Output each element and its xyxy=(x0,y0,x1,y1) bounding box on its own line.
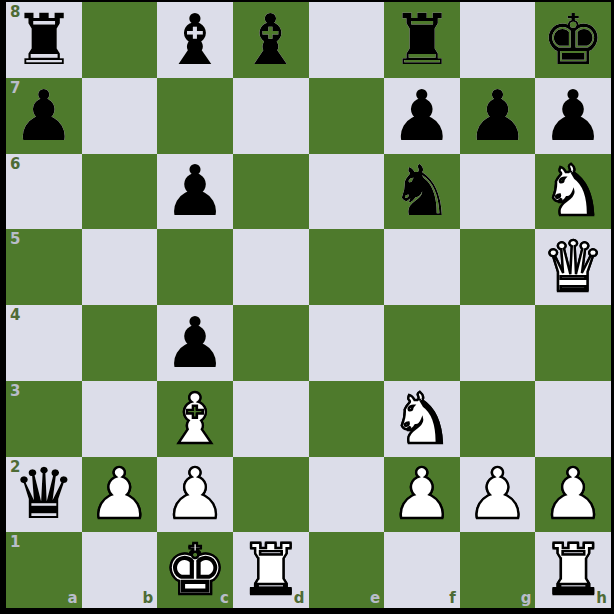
piece-white-pawn[interactable] xyxy=(460,457,536,533)
square-d7[interactable] xyxy=(233,78,309,154)
piece-black-rook[interactable] xyxy=(384,2,460,78)
piece-black-pawn[interactable] xyxy=(384,78,460,154)
square-c6[interactable] xyxy=(157,154,233,230)
square-h5[interactable] xyxy=(535,229,611,305)
square-a6[interactable]: 6 xyxy=(6,154,82,230)
piece-white-rook[interactable] xyxy=(233,532,309,608)
square-h6[interactable] xyxy=(535,154,611,230)
piece-white-knight[interactable] xyxy=(535,154,611,230)
square-c4[interactable] xyxy=(157,305,233,381)
piece-black-pawn[interactable] xyxy=(157,154,233,230)
piece-white-pawn[interactable] xyxy=(535,457,611,533)
chess-board: 87654321abcdefgh xyxy=(6,2,611,608)
square-d1[interactable]: d xyxy=(233,532,309,608)
square-g3[interactable] xyxy=(460,381,536,457)
piece-black-bishop[interactable] xyxy=(233,2,309,78)
square-f1[interactable]: f xyxy=(384,532,460,608)
file-label: g xyxy=(521,591,532,606)
square-g4[interactable] xyxy=(460,305,536,381)
rank-label: 4 xyxy=(10,308,20,323)
square-f5[interactable] xyxy=(384,229,460,305)
square-c5[interactable] xyxy=(157,229,233,305)
square-h3[interactable] xyxy=(535,381,611,457)
square-d3[interactable] xyxy=(233,381,309,457)
square-a4[interactable]: 4 xyxy=(6,305,82,381)
square-c8[interactable] xyxy=(157,2,233,78)
square-g5[interactable] xyxy=(460,229,536,305)
square-h2[interactable] xyxy=(535,457,611,533)
square-g1[interactable]: g xyxy=(460,532,536,608)
piece-black-pawn[interactable] xyxy=(535,78,611,154)
square-c1[interactable]: c xyxy=(157,532,233,608)
piece-white-queen[interactable] xyxy=(535,229,611,305)
piece-black-queen[interactable] xyxy=(6,457,82,533)
square-b2[interactable] xyxy=(82,457,158,533)
square-e8[interactable] xyxy=(309,2,385,78)
square-d5[interactable] xyxy=(233,229,309,305)
piece-black-king[interactable] xyxy=(535,2,611,78)
piece-black-pawn[interactable] xyxy=(460,78,536,154)
square-c3[interactable] xyxy=(157,381,233,457)
square-b1[interactable]: b xyxy=(82,532,158,608)
square-f4[interactable] xyxy=(384,305,460,381)
file-label: f xyxy=(449,591,456,606)
square-a3[interactable]: 3 xyxy=(6,381,82,457)
square-h4[interactable] xyxy=(535,305,611,381)
square-h1[interactable]: h xyxy=(535,532,611,608)
square-e2[interactable] xyxy=(309,457,385,533)
square-e1[interactable]: e xyxy=(309,532,385,608)
square-d6[interactable] xyxy=(233,154,309,230)
piece-white-king[interactable] xyxy=(157,532,233,608)
square-g7[interactable] xyxy=(460,78,536,154)
square-c2[interactable] xyxy=(157,457,233,533)
square-a5[interactable]: 5 xyxy=(6,229,82,305)
piece-white-knight[interactable] xyxy=(384,381,460,457)
square-f7[interactable] xyxy=(384,78,460,154)
square-b5[interactable] xyxy=(82,229,158,305)
rank-label: 5 xyxy=(10,232,20,247)
square-b7[interactable] xyxy=(82,78,158,154)
square-b8[interactable] xyxy=(82,2,158,78)
square-g6[interactable] xyxy=(460,154,536,230)
square-e4[interactable] xyxy=(309,305,385,381)
piece-white-rook[interactable] xyxy=(535,532,611,608)
rank-label: 1 xyxy=(10,535,20,550)
square-d8[interactable] xyxy=(233,2,309,78)
piece-black-pawn[interactable] xyxy=(6,78,82,154)
square-a1[interactable]: 1a xyxy=(6,532,82,608)
square-e5[interactable] xyxy=(309,229,385,305)
square-f6[interactable] xyxy=(384,154,460,230)
file-label: a xyxy=(68,591,78,606)
square-b4[interactable] xyxy=(82,305,158,381)
square-b6[interactable] xyxy=(82,154,158,230)
piece-white-bishop[interactable] xyxy=(157,381,233,457)
piece-black-bishop[interactable] xyxy=(157,2,233,78)
piece-black-rook[interactable] xyxy=(6,2,82,78)
square-d2[interactable] xyxy=(233,457,309,533)
piece-black-pawn[interactable] xyxy=(157,305,233,381)
square-e7[interactable] xyxy=(309,78,385,154)
square-a2[interactable]: 2 xyxy=(6,457,82,533)
square-a7[interactable]: 7 xyxy=(6,78,82,154)
piece-white-pawn[interactable] xyxy=(82,457,158,533)
square-g2[interactable] xyxy=(460,457,536,533)
square-d4[interactable] xyxy=(233,305,309,381)
rank-label: 6 xyxy=(10,157,20,172)
square-f2[interactable] xyxy=(384,457,460,533)
square-g8[interactable] xyxy=(460,2,536,78)
square-f8[interactable] xyxy=(384,2,460,78)
square-a8[interactable]: 8 xyxy=(6,2,82,78)
piece-white-pawn[interactable] xyxy=(157,457,233,533)
square-h8[interactable] xyxy=(535,2,611,78)
square-h7[interactable] xyxy=(535,78,611,154)
square-b3[interactable] xyxy=(82,381,158,457)
rank-label: 3 xyxy=(10,384,20,399)
square-e6[interactable] xyxy=(309,154,385,230)
piece-white-pawn[interactable] xyxy=(384,457,460,533)
file-label: e xyxy=(370,591,380,606)
square-c7[interactable] xyxy=(157,78,233,154)
square-e3[interactable] xyxy=(309,381,385,457)
square-f3[interactable] xyxy=(384,381,460,457)
file-label: b xyxy=(143,591,154,606)
piece-black-knight[interactable] xyxy=(384,154,460,230)
